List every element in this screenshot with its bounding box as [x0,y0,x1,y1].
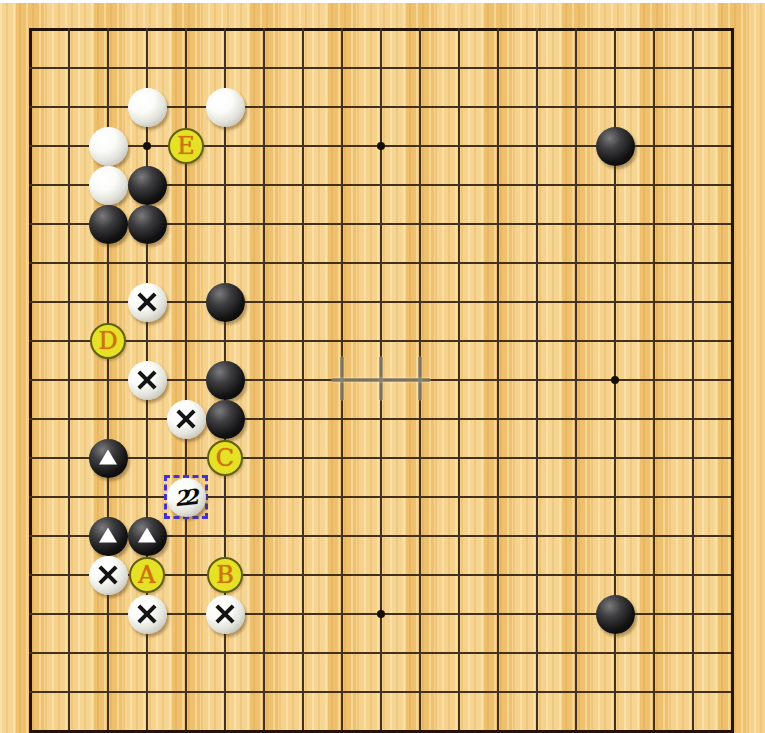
grid-line-vertical [575,28,577,733]
white-stone [128,595,167,634]
cross-mark [167,400,206,439]
cross-mark [128,595,167,634]
triangle-mark [138,528,156,543]
grid-line-vertical [497,28,499,733]
star-point [611,376,619,384]
star-point [143,142,151,150]
star-point [377,610,385,618]
white-stone [206,88,245,127]
move-label-C[interactable]: C [207,440,243,476]
cross-mark [128,361,167,400]
white-stone [89,127,128,166]
go-board[interactable]: 22ABCDE [0,0,765,733]
grid-line-horizontal [29,652,734,654]
move-label-B[interactable]: B [207,557,243,593]
white-stone [128,283,167,322]
black-stone [128,517,167,556]
ghost-artifact [332,378,430,382]
black-stone [89,439,128,478]
grid-line-horizontal [29,418,734,420]
grid-line-horizontal [29,457,734,459]
grid-line-horizontal [29,730,734,733]
move-label-A[interactable]: A [129,557,165,593]
go-board-screenshot: 22ABCDE [0,0,765,733]
white-stone [128,361,167,400]
white-stone [128,88,167,127]
black-stone [206,361,245,400]
grid-line-vertical [458,28,460,733]
move-label-D[interactable]: D [90,323,126,359]
cross-mark [89,556,128,595]
grid-line-horizontal [29,691,734,693]
black-stone [596,127,635,166]
white-stone [89,556,128,595]
grid-line-vertical [653,28,655,733]
black-stone [206,283,245,322]
black-stone [206,400,245,439]
triangle-mark [99,450,117,465]
black-stone [128,205,167,244]
white-stone: 22 [167,478,206,517]
cross-mark [206,595,245,634]
white-stone [206,595,245,634]
black-stone [128,166,167,205]
black-stone [89,205,128,244]
move-number: 22 [165,476,208,519]
grid-line-vertical [692,28,694,733]
screen-top-strip [0,0,765,3]
cross-mark [128,283,167,322]
white-stone [89,166,128,205]
grid-line-vertical [731,28,734,733]
move-label-E[interactable]: E [168,128,204,164]
grid-line-horizontal [29,496,734,498]
star-point [377,142,385,150]
black-stone [596,595,635,634]
black-stone [89,517,128,556]
white-stone [167,400,206,439]
triangle-mark [99,528,117,543]
grid-line-vertical [536,28,538,733]
